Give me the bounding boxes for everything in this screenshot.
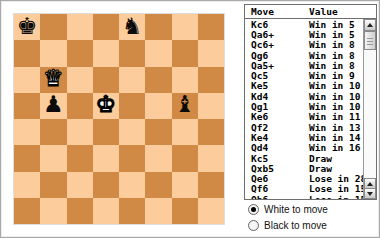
white-to-move-label: White to move — [264, 204, 328, 215]
scrollbar-grip-icon — [367, 36, 373, 45]
move-list[interactable]: Kc6Win in 5Qa6+Win in 5Qc6+Win in 8Qg6Wi… — [245, 19, 363, 199]
square-a6[interactable] — [14, 67, 40, 93]
square-a2[interactable] — [14, 172, 40, 198]
square-g1[interactable] — [172, 198, 198, 224]
square-g8[interactable] — [172, 14, 198, 40]
move-row-Qc5[interactable]: Qc5Win in 9 — [245, 70, 363, 80]
square-h5[interactable] — [198, 93, 224, 119]
square-e3[interactable] — [119, 145, 145, 171]
square-f1[interactable] — [145, 198, 171, 224]
square-b1[interactable] — [40, 198, 66, 224]
move-row-Ke4[interactable]: Ke4Win in 14 — [245, 132, 363, 142]
square-d2[interactable] — [93, 172, 119, 198]
square-e5[interactable] — [119, 93, 145, 119]
move-cell: Qh6 — [251, 194, 309, 199]
black-king[interactable]: ♚ — [17, 15, 38, 38]
square-g2[interactable] — [172, 172, 198, 198]
square-c2[interactable] — [67, 172, 93, 198]
scroll-up-icon — [367, 23, 373, 27]
move-row-Kd4[interactable]: Kd4Win in 10 — [245, 91, 363, 101]
scrollbar-thumb[interactable] — [364, 31, 376, 50]
square-h1[interactable] — [198, 198, 224, 224]
square-d7[interactable] — [93, 40, 119, 66]
move-row-Qa6+[interactable]: Qa6+Win in 5 — [245, 29, 363, 39]
square-c6[interactable] — [67, 67, 93, 93]
move-row-Qf2[interactable]: Qf2Win in 13 — [245, 122, 363, 132]
square-a7[interactable] — [14, 40, 40, 66]
move-row-Qxb5[interactable]: Qxb5Draw — [245, 163, 363, 173]
square-d3[interactable] — [93, 145, 119, 171]
square-e1[interactable] — [119, 198, 145, 224]
square-a4[interactable] — [14, 119, 40, 145]
move-row-Qc6+[interactable]: Qc6+Win in 8 — [245, 40, 363, 50]
move-row-Ke5[interactable]: Ke5Win in 10 — [245, 81, 363, 91]
square-b8[interactable] — [40, 14, 66, 40]
square-f3[interactable] — [145, 145, 171, 171]
square-e7[interactable] — [119, 40, 145, 66]
square-e8[interactable]: ♞ — [119, 14, 145, 40]
move-row-Kc5[interactable]: Kc5Draw — [245, 153, 363, 163]
square-e6[interactable] — [119, 67, 145, 93]
square-a8[interactable]: ♚ — [14, 14, 40, 40]
square-h8[interactable] — [198, 14, 224, 40]
square-b5[interactable]: ♟ — [40, 93, 66, 119]
move-list-scrollbar[interactable] — [363, 19, 376, 199]
square-c1[interactable] — [67, 198, 93, 224]
square-c8[interactable] — [67, 14, 93, 40]
chess-board[interactable]: ♚♞♛♟♚♝ — [13, 13, 225, 225]
square-d1[interactable] — [93, 198, 119, 224]
square-a5[interactable] — [14, 93, 40, 119]
scroll-down-button[interactable] — [364, 188, 376, 199]
square-h2[interactable] — [198, 172, 224, 198]
white-king[interactable]: ♚ — [96, 93, 117, 116]
square-g6[interactable] — [172, 67, 198, 93]
square-d4[interactable] — [93, 119, 119, 145]
square-h6[interactable] — [198, 67, 224, 93]
square-f6[interactable] — [145, 67, 171, 93]
square-d5[interactable]: ♚ — [93, 93, 119, 119]
square-a1[interactable] — [14, 198, 40, 224]
square-f8[interactable] — [145, 14, 171, 40]
square-d8[interactable] — [93, 14, 119, 40]
white-queen[interactable]: ♛ — [43, 67, 64, 90]
move-list-panel: Move Value Kc6Win in 5Qa6+Win in 5Qc6+Wi… — [244, 4, 377, 200]
square-f7[interactable] — [145, 40, 171, 66]
square-h3[interactable] — [198, 145, 224, 171]
square-a3[interactable] — [14, 145, 40, 171]
scroll-up-icon — [367, 182, 373, 186]
square-b3[interactable] — [40, 145, 66, 171]
value-column-header: Value — [309, 6, 338, 17]
square-b2[interactable] — [40, 172, 66, 198]
scroll-up-button[interactable] — [364, 19, 376, 31]
square-b7[interactable] — [40, 40, 66, 66]
tablebase-window: ♚♞♛♟♚♝ Move Value Kc6Win in 5Qa6+Win in … — [0, 0, 380, 238]
move-row-Qg1[interactable]: Qg1Win in 10 — [245, 101, 363, 111]
move-row-Qa5+[interactable]: Qa5+Win in 8 — [245, 60, 363, 70]
black-to-move-radio[interactable]: Black to move — [248, 219, 327, 231]
radio-button-icon[interactable] — [248, 204, 259, 215]
move-row-Qg6[interactable]: Qg6Win in 8 — [245, 50, 363, 60]
square-f5[interactable] — [145, 93, 171, 119]
square-e4[interactable] — [119, 119, 145, 145]
square-c3[interactable] — [67, 145, 93, 171]
square-c5[interactable] — [67, 93, 93, 119]
black-pawn[interactable]: ♟ — [43, 93, 64, 116]
move-row-Kc6[interactable]: Kc6Win in 5 — [245, 19, 363, 29]
square-e2[interactable] — [119, 172, 145, 198]
square-f4[interactable] — [145, 119, 171, 145]
square-g5[interactable]: ♝ — [172, 93, 198, 119]
radio-button-icon[interactable] — [248, 220, 259, 231]
move-row-Ke6[interactable]: Ke6Win in 11 — [245, 112, 363, 122]
square-h7[interactable] — [198, 40, 224, 66]
square-g3[interactable] — [172, 145, 198, 171]
black-bishop[interactable]: ♝ — [174, 93, 195, 116]
black-knight[interactable]: ♞ — [122, 15, 143, 38]
value-cell: Lose in 15 — [309, 194, 363, 199]
move-list-header: Move Value — [245, 5, 376, 19]
move-column-header: Move — [251, 6, 309, 17]
move-row-Qf6[interactable]: Qf6Lose in 15 — [245, 184, 363, 194]
square-c7[interactable] — [67, 40, 93, 66]
scroll-down-icon — [367, 192, 373, 196]
square-h4[interactable] — [198, 119, 224, 145]
square-d6[interactable] — [93, 67, 119, 93]
black-to-move-label: Black to move — [264, 220, 327, 231]
square-g4[interactable] — [172, 119, 198, 145]
square-g7[interactable] — [172, 40, 198, 66]
square-b4[interactable] — [40, 119, 66, 145]
move-row-Qh6[interactable]: Qh6Lose in 15 — [245, 194, 363, 199]
move-row-Qe6[interactable]: Qe6Lose in 28 — [245, 173, 363, 183]
square-b6[interactable]: ♛ — [40, 67, 66, 93]
white-to-move-radio[interactable]: White to move — [248, 203, 328, 215]
square-f2[interactable] — [145, 172, 171, 198]
square-c4[interactable] — [67, 119, 93, 145]
move-row-Qd4[interactable]: Qd4Win in 16 — [245, 143, 363, 153]
